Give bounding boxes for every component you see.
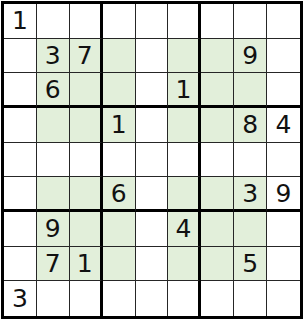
cell-r6c1[interactable]: 9: [37, 212, 70, 247]
cell-r5c4[interactable]: [136, 177, 169, 212]
cell-r5c0[interactable]: [4, 177, 37, 212]
cell-r7c2[interactable]: 1: [70, 247, 103, 282]
cell-r1c6[interactable]: [201, 39, 234, 74]
cell-r4c0[interactable]: [4, 143, 37, 178]
cell-r5c7[interactable]: 3: [234, 177, 267, 212]
cell-r7c0[interactable]: [4, 247, 37, 282]
cell-r5c1[interactable]: [37, 177, 70, 212]
cell-r4c4[interactable]: [136, 143, 169, 178]
cell-r7c8[interactable]: [267, 247, 300, 282]
cell-r2c7[interactable]: [234, 73, 267, 108]
cell-r4c7[interactable]: [234, 143, 267, 178]
cell-r4c2[interactable]: [70, 143, 103, 178]
cell-r2c8[interactable]: [267, 73, 300, 108]
cell-r3c1[interactable]: [37, 108, 70, 143]
cell-r2c3[interactable]: [103, 73, 136, 108]
cell-r8c5[interactable]: [168, 281, 201, 316]
cell-r7c1[interactable]: 7: [37, 247, 70, 282]
cell-r3c8[interactable]: 4: [267, 108, 300, 143]
cell-r1c2[interactable]: 7: [70, 39, 103, 74]
cell-r1c8[interactable]: [267, 39, 300, 74]
cell-r7c3[interactable]: [103, 247, 136, 282]
cell-r8c0[interactable]: 3: [4, 281, 37, 316]
cell-r6c7[interactable]: [234, 212, 267, 247]
cell-r3c0[interactable]: [4, 108, 37, 143]
cell-r2c1[interactable]: 6: [37, 73, 70, 108]
cell-r3c5[interactable]: [168, 108, 201, 143]
cell-r2c2[interactable]: [70, 73, 103, 108]
cell-r1c4[interactable]: [136, 39, 169, 74]
cell-r1c5[interactable]: [168, 39, 201, 74]
cell-r2c5[interactable]: 1: [168, 73, 201, 108]
cell-r4c8[interactable]: [267, 143, 300, 178]
cell-r3c4[interactable]: [136, 108, 169, 143]
cell-r3c6[interactable]: [201, 108, 234, 143]
cell-r0c7[interactable]: [234, 4, 267, 39]
cell-r3c7[interactable]: 8: [234, 108, 267, 143]
cell-r8c2[interactable]: [70, 281, 103, 316]
cell-r2c0[interactable]: [4, 73, 37, 108]
cell-r3c3[interactable]: 1: [103, 108, 136, 143]
cell-r6c8[interactable]: [267, 212, 300, 247]
cell-r6c2[interactable]: [70, 212, 103, 247]
cell-r5c3[interactable]: 6: [103, 177, 136, 212]
cell-r7c7[interactable]: 5: [234, 247, 267, 282]
cell-r1c0[interactable]: [4, 39, 37, 74]
cell-r8c1[interactable]: [37, 281, 70, 316]
cell-r5c6[interactable]: [201, 177, 234, 212]
cell-r0c4[interactable]: [136, 4, 169, 39]
cell-r4c5[interactable]: [168, 143, 201, 178]
cell-r0c5[interactable]: [168, 4, 201, 39]
cell-r8c3[interactable]: [103, 281, 136, 316]
cell-r1c7[interactable]: 9: [234, 39, 267, 74]
cell-r1c1[interactable]: 3: [37, 39, 70, 74]
cell-r0c6[interactable]: [201, 4, 234, 39]
cell-r6c6[interactable]: [201, 212, 234, 247]
cell-r8c6[interactable]: [201, 281, 234, 316]
cell-r6c5[interactable]: 4: [168, 212, 201, 247]
cell-r8c4[interactable]: [136, 281, 169, 316]
cell-r7c5[interactable]: [168, 247, 201, 282]
cell-r4c1[interactable]: [37, 143, 70, 178]
cell-r6c4[interactable]: [136, 212, 169, 247]
cell-r0c0[interactable]: 1: [4, 4, 37, 39]
cell-r4c6[interactable]: [201, 143, 234, 178]
cell-r0c2[interactable]: [70, 4, 103, 39]
cell-r6c0[interactable]: [4, 212, 37, 247]
cell-r0c8[interactable]: [267, 4, 300, 39]
cell-r5c2[interactable]: [70, 177, 103, 212]
cell-r0c1[interactable]: [37, 4, 70, 39]
cell-r1c3[interactable]: [103, 39, 136, 74]
cell-r7c6[interactable]: [201, 247, 234, 282]
cell-r4c3[interactable]: [103, 143, 136, 178]
cell-r8c7[interactable]: [234, 281, 267, 316]
cell-r5c8[interactable]: 9: [267, 177, 300, 212]
cell-r3c2[interactable]: [70, 108, 103, 143]
sudoku-board: 1 3 7 9 6 1 1 8 4 6 3 9 9: [1, 1, 303, 319]
cell-r8c8[interactable]: [267, 281, 300, 316]
cell-r2c6[interactable]: [201, 73, 234, 108]
cell-r2c4[interactable]: [136, 73, 169, 108]
cell-r6c3[interactable]: [103, 212, 136, 247]
cell-r7c4[interactable]: [136, 247, 169, 282]
cell-r5c5[interactable]: [168, 177, 201, 212]
cell-r0c3[interactable]: [103, 4, 136, 39]
